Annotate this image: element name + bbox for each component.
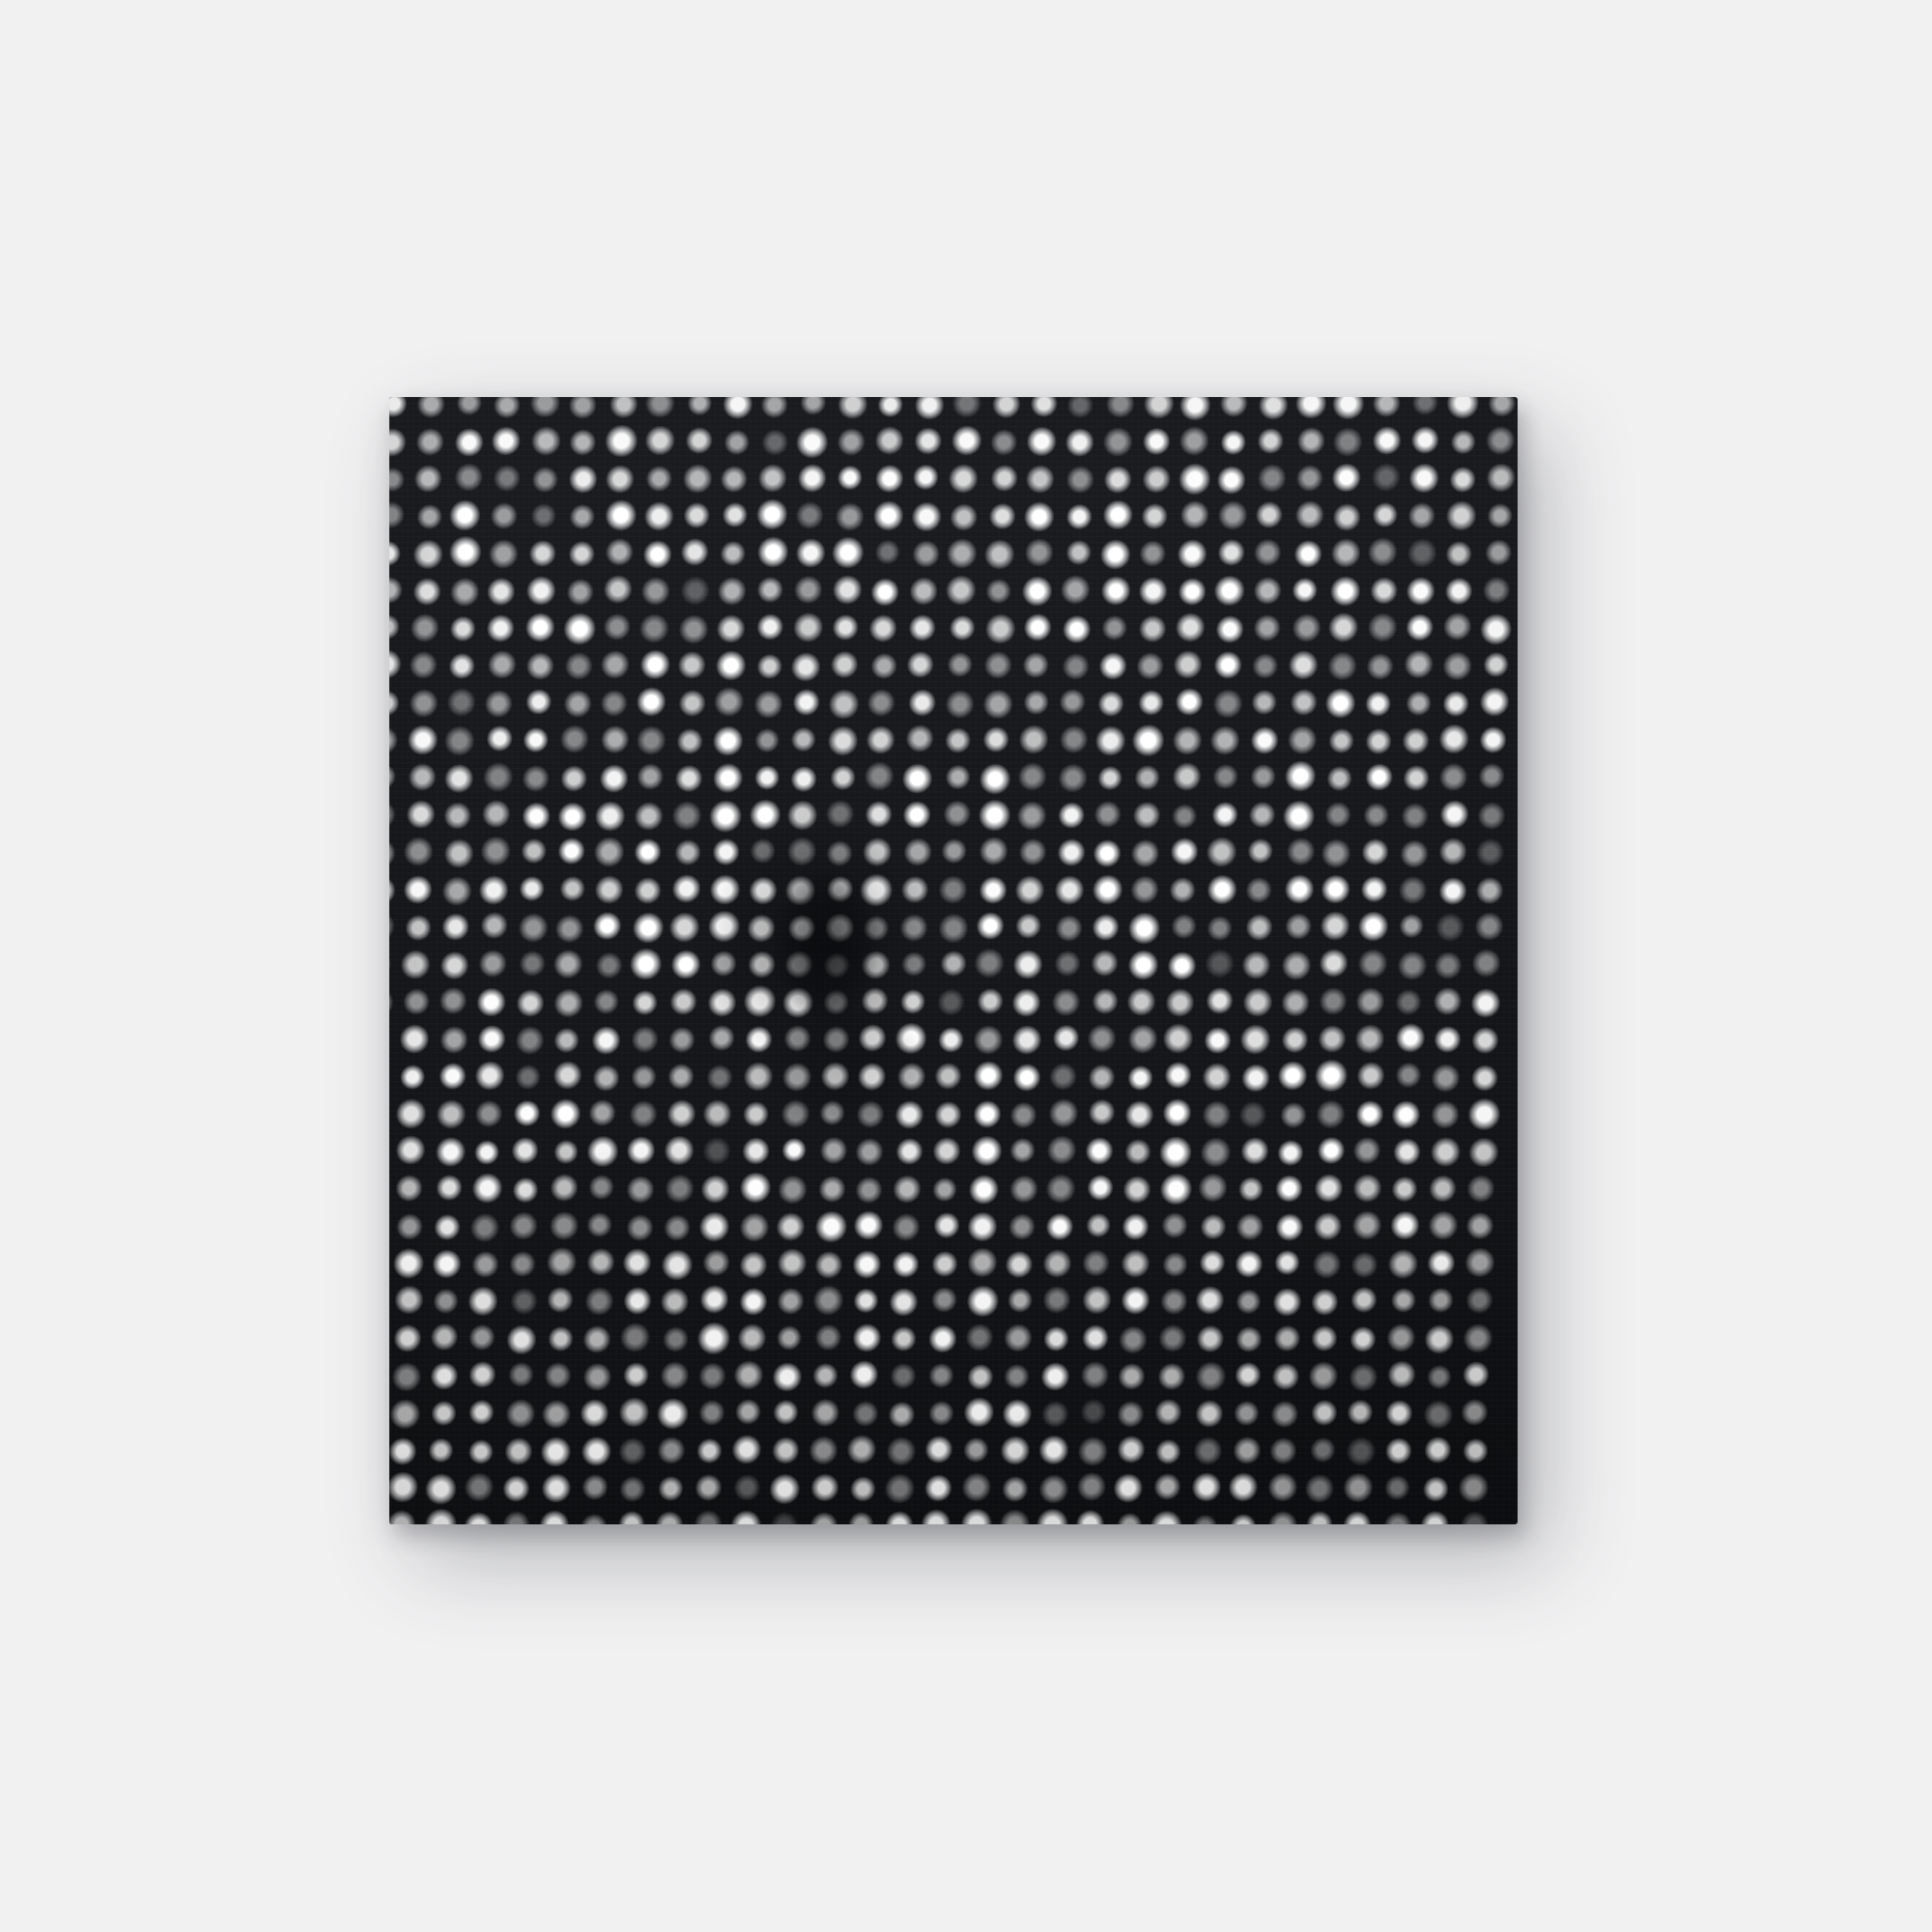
polka-dot-panel	[389, 397, 1518, 1524]
shadow-smudge	[1090, 1146, 1518, 1524]
shadow-smudges	[389, 397, 1518, 1524]
shadow-smudge	[723, 977, 964, 1154]
shadow-smudge	[655, 769, 974, 1107]
photo-backdrop	[0, 0, 1932, 1932]
shadow-smudge	[423, 1088, 819, 1368]
shadow-smudge	[751, 836, 901, 1052]
